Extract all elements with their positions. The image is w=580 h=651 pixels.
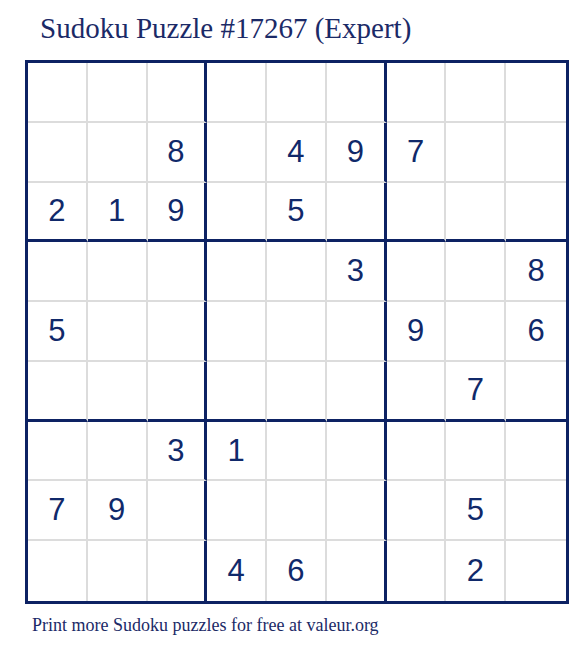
sudoku-cell-r9c3[interactable]	[148, 541, 208, 601]
footer-note: Print more Sudoku puzzles for free at va…	[32, 615, 379, 636]
sudoku-cell-r6c2[interactable]	[88, 362, 148, 422]
sudoku-cell-r9c6[interactable]	[327, 541, 387, 601]
sudoku-cell-r6c3[interactable]	[148, 362, 208, 422]
sudoku-cell-r8c3[interactable]	[148, 481, 208, 541]
sudoku-cell-r6c4[interactable]	[207, 362, 267, 422]
sudoku-cell-r4c8[interactable]	[446, 242, 506, 302]
sudoku-cell-r1c9[interactable]	[506, 63, 566, 123]
sudoku-cell-r6c5[interactable]	[267, 362, 327, 422]
sudoku-cell-r5c1[interactable]: 5	[28, 302, 88, 362]
sudoku-cell-r4c9[interactable]: 8	[506, 242, 566, 302]
sudoku-cell-r6c6[interactable]	[327, 362, 387, 422]
sudoku-cell-r8c1[interactable]: 7	[28, 481, 88, 541]
sudoku-cell-r4c4[interactable]	[207, 242, 267, 302]
sudoku-cell-r3c7[interactable]	[387, 183, 447, 243]
sudoku-cell-r7c1[interactable]	[28, 422, 88, 482]
sudoku-cell-r2c1[interactable]	[28, 123, 88, 183]
sudoku-cell-r7c4[interactable]: 1	[207, 422, 267, 482]
sudoku-cell-r6c1[interactable]	[28, 362, 88, 422]
sudoku-cell-r8c9[interactable]	[506, 481, 566, 541]
sudoku-cell-r2c2[interactable]	[88, 123, 148, 183]
sudoku-cell-r4c7[interactable]	[387, 242, 447, 302]
sudoku-cell-r3c5[interactable]: 5	[267, 183, 327, 243]
sudoku-cell-r4c1[interactable]	[28, 242, 88, 302]
sudoku-cell-r8c8[interactable]: 5	[446, 481, 506, 541]
sudoku-cell-r2c5[interactable]: 4	[267, 123, 327, 183]
sudoku-cell-r7c8[interactable]	[446, 422, 506, 482]
sudoku-cell-r4c6[interactable]: 3	[327, 242, 387, 302]
sudoku-cell-r3c4[interactable]	[207, 183, 267, 243]
sudoku-cell-r2c7[interactable]: 7	[387, 123, 447, 183]
sudoku-cell-r8c7[interactable]	[387, 481, 447, 541]
sudoku-cell-r5c7[interactable]: 9	[387, 302, 447, 362]
sudoku-cell-r7c7[interactable]	[387, 422, 447, 482]
sudoku-cell-r1c8[interactable]	[446, 63, 506, 123]
sudoku-cell-r5c6[interactable]	[327, 302, 387, 362]
sudoku-cell-r1c5[interactable]	[267, 63, 327, 123]
sudoku-cell-r5c4[interactable]	[207, 302, 267, 362]
sudoku-cell-r1c1[interactable]	[28, 63, 88, 123]
sudoku-cell-r7c9[interactable]	[506, 422, 566, 482]
sudoku-cell-r3c2[interactable]: 1	[88, 183, 148, 243]
sudoku-cell-r1c2[interactable]	[88, 63, 148, 123]
sudoku-cell-r6c9[interactable]	[506, 362, 566, 422]
sudoku-cell-r3c1[interactable]: 2	[28, 183, 88, 243]
sudoku-cell-r4c3[interactable]	[148, 242, 208, 302]
puzzle-title: Sudoku Puzzle #17267 (Expert)	[40, 12, 411, 45]
sudoku-cell-r9c4[interactable]: 4	[207, 541, 267, 601]
sudoku-cell-r6c7[interactable]	[387, 362, 447, 422]
sudoku-cell-r7c2[interactable]	[88, 422, 148, 482]
sudoku-cell-r8c4[interactable]	[207, 481, 267, 541]
sudoku-cell-r5c9[interactable]: 6	[506, 302, 566, 362]
sudoku-cell-r1c3[interactable]	[148, 63, 208, 123]
sudoku-cell-r7c3[interactable]: 3	[148, 422, 208, 482]
sudoku-cell-r4c5[interactable]	[267, 242, 327, 302]
sudoku-cell-r2c3[interactable]: 8	[148, 123, 208, 183]
sudoku-cell-r2c6[interactable]: 9	[327, 123, 387, 183]
sudoku-cell-r5c8[interactable]	[446, 302, 506, 362]
sudoku-cell-r8c5[interactable]	[267, 481, 327, 541]
sudoku-cell-r9c8[interactable]: 2	[446, 541, 506, 601]
sudoku-cell-r3c6[interactable]	[327, 183, 387, 243]
sudoku-cell-r7c5[interactable]	[267, 422, 327, 482]
sudoku-cell-r8c6[interactable]	[327, 481, 387, 541]
sudoku-cell-r1c7[interactable]	[387, 63, 447, 123]
sudoku-cell-r5c3[interactable]	[148, 302, 208, 362]
sudoku-cell-r7c6[interactable]	[327, 422, 387, 482]
sudoku-cell-r4c2[interactable]	[88, 242, 148, 302]
sudoku-cell-r3c8[interactable]	[446, 183, 506, 243]
sudoku-cell-r2c8[interactable]	[446, 123, 506, 183]
sudoku-cell-r9c1[interactable]	[28, 541, 88, 601]
sudoku-cell-r8c2[interactable]: 9	[88, 481, 148, 541]
sudoku-cell-r6c8[interactable]: 7	[446, 362, 506, 422]
sudoku-grid: 8497219538596731795462	[25, 60, 569, 604]
sudoku-cell-r3c3[interactable]: 9	[148, 183, 208, 243]
sudoku-cell-r5c5[interactable]	[267, 302, 327, 362]
sudoku-cell-r3c9[interactable]	[506, 183, 566, 243]
sudoku-cell-r1c4[interactable]	[207, 63, 267, 123]
sudoku-cell-r5c2[interactable]	[88, 302, 148, 362]
sudoku-cell-r9c9[interactable]	[506, 541, 566, 601]
sudoku-cell-r9c2[interactable]	[88, 541, 148, 601]
sudoku-cell-r9c5[interactable]: 6	[267, 541, 327, 601]
sudoku-cell-r2c9[interactable]	[506, 123, 566, 183]
sudoku-cell-r1c6[interactable]	[327, 63, 387, 123]
sudoku-cell-r9c7[interactable]	[387, 541, 447, 601]
sudoku-cell-r2c4[interactable]	[207, 123, 267, 183]
